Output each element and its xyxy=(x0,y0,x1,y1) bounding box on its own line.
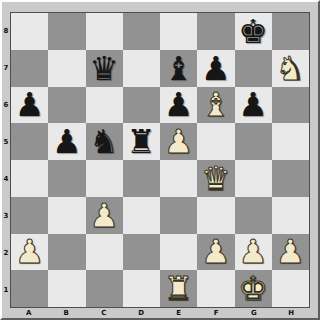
black-pawn-piece[interactable]: ♟ xyxy=(238,88,268,121)
square-b6[interactable] xyxy=(48,87,85,124)
square-c5[interactable]: ♞ xyxy=(86,123,123,160)
square-h6[interactable] xyxy=(272,87,309,124)
rank-label-8: 8 xyxy=(2,12,10,49)
square-a3[interactable] xyxy=(11,197,48,234)
black-king-piece[interactable]: ♚ xyxy=(238,15,268,48)
square-c2[interactable] xyxy=(86,234,123,271)
square-d4[interactable] xyxy=(123,160,160,197)
square-e4[interactable] xyxy=(160,160,197,197)
white-pawn-piece[interactable]: ♟ xyxy=(164,125,194,158)
square-d7[interactable] xyxy=(123,50,160,87)
square-e7[interactable]: ♝ xyxy=(160,50,197,87)
square-f2[interactable]: ♟ xyxy=(197,234,234,271)
rank-label-4: 4 xyxy=(2,160,10,197)
square-g3[interactable] xyxy=(235,197,272,234)
white-king-piece[interactable]: ♚ xyxy=(238,272,268,305)
square-a2[interactable]: ♟ xyxy=(11,234,48,271)
file-label-h: H xyxy=(273,308,311,318)
square-d5[interactable]: ♜ xyxy=(123,123,160,160)
square-d2[interactable] xyxy=(123,234,160,271)
rank-labels: 87654321 xyxy=(2,12,10,308)
square-b1[interactable] xyxy=(48,270,85,307)
white-pawn-piece[interactable]: ♟ xyxy=(201,235,231,268)
file-label-e: E xyxy=(160,308,198,318)
square-g2[interactable]: ♟ xyxy=(235,234,272,271)
square-b3[interactable] xyxy=(48,197,85,234)
square-b5[interactable]: ♟ xyxy=(48,123,85,160)
square-e3[interactable] xyxy=(160,197,197,234)
square-h8[interactable] xyxy=(272,13,309,50)
square-h7[interactable]: ♞ xyxy=(272,50,309,87)
file-label-g: G xyxy=(235,308,273,318)
square-h3[interactable] xyxy=(272,197,309,234)
rank-label-7: 7 xyxy=(2,49,10,86)
square-f3[interactable] xyxy=(197,197,234,234)
black-queen-piece[interactable]: ♛ xyxy=(89,52,119,85)
chess-board-frame: 87654321 ♚♛♝♟♞♟♟♝♟♟♞♜♟♛♟♟♟♟♟♜♚ ABCDEFGH xyxy=(0,0,320,320)
square-c6[interactable] xyxy=(86,87,123,124)
white-knight-piece[interactable]: ♞ xyxy=(276,52,306,85)
white-pawn-piece[interactable]: ♟ xyxy=(238,235,268,268)
square-c4[interactable] xyxy=(86,160,123,197)
square-g7[interactable] xyxy=(235,50,272,87)
square-f1[interactable] xyxy=(197,270,234,307)
square-g8[interactable]: ♚ xyxy=(235,13,272,50)
file-labels: ABCDEFGH xyxy=(10,308,310,318)
square-d8[interactable] xyxy=(123,13,160,50)
square-c3[interactable]: ♟ xyxy=(86,197,123,234)
square-g6[interactable]: ♟ xyxy=(235,87,272,124)
square-f4[interactable]: ♛ xyxy=(197,160,234,197)
rank-label-3: 3 xyxy=(2,197,10,234)
square-h5[interactable] xyxy=(272,123,309,160)
black-rook-piece[interactable]: ♜ xyxy=(127,125,157,158)
square-d1[interactable] xyxy=(123,270,160,307)
square-b7[interactable] xyxy=(48,50,85,87)
black-bishop-piece[interactable]: ♝ xyxy=(164,52,194,85)
square-g4[interactable] xyxy=(235,160,272,197)
file-label-c: C xyxy=(85,308,123,318)
white-bishop-piece[interactable]: ♝ xyxy=(201,88,231,121)
rank-label-5: 5 xyxy=(2,123,10,160)
chess-board[interactable]: ♚♛♝♟♞♟♟♝♟♟♞♜♟♛♟♟♟♟♟♜♚ xyxy=(10,12,310,308)
square-b2[interactable] xyxy=(48,234,85,271)
square-f8[interactable] xyxy=(197,13,234,50)
rank-label-2: 2 xyxy=(2,234,10,271)
square-f7[interactable]: ♟ xyxy=(197,50,234,87)
rank-label-1: 1 xyxy=(2,271,10,308)
white-pawn-piece[interactable]: ♟ xyxy=(89,199,119,232)
file-label-a: A xyxy=(10,308,48,318)
white-pawn-piece[interactable]: ♟ xyxy=(276,235,306,268)
file-label-d: D xyxy=(123,308,161,318)
square-a4[interactable] xyxy=(11,160,48,197)
black-pawn-piece[interactable]: ♟ xyxy=(52,125,82,158)
square-h4[interactable] xyxy=(272,160,309,197)
square-f5[interactable] xyxy=(197,123,234,160)
white-rook-piece[interactable]: ♜ xyxy=(164,272,194,305)
square-g1[interactable]: ♚ xyxy=(235,270,272,307)
rank-label-6: 6 xyxy=(2,86,10,123)
square-h2[interactable]: ♟ xyxy=(272,234,309,271)
square-d6[interactable] xyxy=(123,87,160,124)
square-f6[interactable]: ♝ xyxy=(197,87,234,124)
square-a5[interactable] xyxy=(11,123,48,160)
black-pawn-piece[interactable]: ♟ xyxy=(201,52,231,85)
square-e1[interactable]: ♜ xyxy=(160,270,197,307)
white-pawn-piece[interactable]: ♟ xyxy=(15,235,45,268)
square-a6[interactable]: ♟ xyxy=(11,87,48,124)
square-a7[interactable] xyxy=(11,50,48,87)
square-b4[interactable] xyxy=(48,160,85,197)
square-c1[interactable] xyxy=(86,270,123,307)
square-d3[interactable] xyxy=(123,197,160,234)
square-e5[interactable]: ♟ xyxy=(160,123,197,160)
white-queen-piece[interactable]: ♛ xyxy=(201,162,231,195)
file-label-f: F xyxy=(198,308,236,318)
square-g5[interactable] xyxy=(235,123,272,160)
square-e8[interactable] xyxy=(160,13,197,50)
square-c7[interactable]: ♛ xyxy=(86,50,123,87)
square-a1[interactable] xyxy=(11,270,48,307)
square-c8[interactable] xyxy=(86,13,123,50)
square-a8[interactable] xyxy=(11,13,48,50)
square-e6[interactable]: ♟ xyxy=(160,87,197,124)
square-e2[interactable] xyxy=(160,234,197,271)
black-pawn-piece[interactable]: ♟ xyxy=(15,88,45,121)
file-label-b: B xyxy=(48,308,86,318)
square-b8[interactable] xyxy=(48,13,85,50)
black-knight-piece[interactable]: ♞ xyxy=(89,125,119,158)
square-h1[interactable] xyxy=(272,270,309,307)
black-pawn-piece[interactable]: ♟ xyxy=(164,88,194,121)
